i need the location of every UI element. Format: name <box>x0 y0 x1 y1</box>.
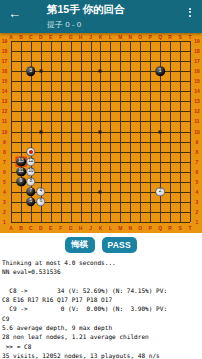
grid-line <box>190 41 191 222</box>
log-line: >> = C8 <box>2 342 202 351</box>
stone-white-C5: 8 <box>26 177 36 187</box>
column-label: Q <box>158 34 162 40</box>
stone-black-C3: 5 <box>26 197 36 207</box>
title-block: 第15手 你的回合 提子 0 - 0 <box>47 3 125 30</box>
column-label: G <box>69 34 73 40</box>
stone-white-C6: 10 <box>26 167 36 177</box>
row-label: 8 <box>3 149 6 155</box>
row-label: 16 <box>194 68 200 74</box>
column-label: S <box>178 225 181 231</box>
column-label: O <box>138 225 142 231</box>
stone-white-D4: 4 <box>36 187 46 197</box>
log-line: C9 <box>2 314 202 323</box>
column-label: C <box>29 34 33 40</box>
column-label: P <box>149 225 152 231</box>
column-label: N <box>129 34 133 40</box>
row-label: 6 <box>3 169 6 175</box>
row-label: 4 <box>3 189 6 195</box>
column-label: O <box>138 34 142 40</box>
row-label: 9 <box>3 139 6 145</box>
row-label: 10 <box>194 129 200 135</box>
app-window: ← 第15手 你的回合 提子 0 - 0 AA1919BB1818CC1717D… <box>0 0 202 359</box>
column-label: F <box>59 225 62 231</box>
column-label: T <box>188 225 191 231</box>
grid-line <box>170 41 171 222</box>
row-label: 12 <box>2 108 8 114</box>
row-label: 13 <box>194 98 200 104</box>
column-label: L <box>109 34 112 40</box>
row-label: 5 <box>196 179 199 185</box>
column-label: E <box>49 34 52 40</box>
column-label: R <box>168 225 172 231</box>
row-label: 5 <box>3 179 6 185</box>
stone-black-C16: 3 <box>26 66 36 76</box>
column-label: N <box>129 225 133 231</box>
star-point <box>39 70 42 73</box>
column-label: D <box>39 34 43 40</box>
log-line: Thinking at most 4.0 seconds... <box>2 258 202 267</box>
back-arrow-icon[interactable]: ← <box>8 6 21 22</box>
column-label: S <box>178 34 181 40</box>
stone-black-B6: 11 <box>16 167 26 177</box>
captures-status: 提子 0 - 0 <box>47 19 125 30</box>
app-bar: ← 第15手 你的回合 提子 0 - 0 <box>0 0 202 33</box>
pass-button[interactable]: PASS <box>102 237 137 253</box>
row-label: 14 <box>2 88 8 94</box>
grid-line <box>130 41 131 222</box>
stone-black-B5: 9 <box>16 177 26 187</box>
column-label: K <box>99 225 103 231</box>
column-label: B <box>19 34 23 40</box>
log-line <box>2 277 202 286</box>
go-board[interactable]: AA1919BB1818CC1717DD1616EE1515FF1414GG13… <box>0 33 202 233</box>
log-line: 5.6 average depth, 9 max depth <box>2 323 202 332</box>
row-label: 7 <box>3 159 6 165</box>
row-label: 6 <box>196 169 199 175</box>
column-label: F <box>59 34 62 40</box>
engine-output: Thinking at most 4.0 seconds...NN eval=0… <box>0 256 202 359</box>
grid-line <box>11 182 190 183</box>
row-label: 19 <box>2 38 8 44</box>
log-line: 35 visits, 12052 nodes, 13 playouts, 48 … <box>2 351 202 359</box>
row-label: 1 <box>196 219 199 225</box>
grid-line <box>120 41 121 222</box>
row-label: 3 <box>196 199 199 205</box>
column-label: P <box>149 34 152 40</box>
stone-white-D3: 6 <box>36 197 46 207</box>
row-label: 15 <box>194 78 200 84</box>
log-line: 28 non leaf nodes, 1.21 average children <box>2 332 202 341</box>
row-label: 9 <box>196 139 199 145</box>
column-label: E <box>49 225 52 231</box>
row-label: 3 <box>3 199 6 205</box>
column-label: A <box>9 34 13 40</box>
row-label: 19 <box>194 38 200 44</box>
stone-white-C7: 12 <box>26 157 36 167</box>
column-label: K <box>99 34 103 40</box>
action-bar: 悔棋 PASS <box>0 233 202 257</box>
row-label: 18 <box>2 48 8 54</box>
overflow-menu-icon[interactable] <box>189 8 191 17</box>
grid-line <box>180 41 181 222</box>
row-label: 14 <box>194 88 200 94</box>
row-label: 18 <box>194 48 200 54</box>
stone-white-Q4: 2 <box>155 187 165 197</box>
grid-line <box>110 41 111 222</box>
grid-line <box>11 172 190 173</box>
column-label: A <box>9 225 13 231</box>
star-point <box>99 130 102 133</box>
row-label: 2 <box>196 209 199 215</box>
row-label: 10 <box>2 129 8 135</box>
column-label: G <box>69 225 73 231</box>
column-label: J <box>89 34 92 40</box>
log-line: C8 E16 R17 R16 Q17 P17 P18 O17 <box>2 295 202 304</box>
row-label: 4 <box>196 189 199 195</box>
row-label: 17 <box>194 58 200 64</box>
row-label: 8 <box>196 149 199 155</box>
log-line: C9 -> 0 (V: 0.00%) (N: 3.90%) PV: <box>2 304 202 313</box>
grid-line <box>11 142 190 143</box>
column-label: D <box>39 225 43 231</box>
row-label: 11 <box>194 118 199 124</box>
star-point <box>39 130 42 133</box>
page-title: 第15手 你的回合 <box>47 3 125 17</box>
grid-line <box>11 222 190 223</box>
column-label: J <box>89 225 92 231</box>
column-label: B <box>19 225 23 231</box>
column-label: M <box>118 225 122 231</box>
star-point <box>99 190 102 193</box>
column-label: Q <box>158 225 162 231</box>
row-label: 7 <box>196 159 199 165</box>
stone-black-Q16: 1 <box>155 66 165 76</box>
column-label: R <box>168 34 172 40</box>
last-move-marker <box>29 150 33 154</box>
grid-line <box>11 162 190 163</box>
row-label: 13 <box>2 98 8 104</box>
stone-black-C4: 7 <box>26 187 36 197</box>
row-label: 1 <box>3 219 6 225</box>
star-point <box>159 130 162 133</box>
row-label: 12 <box>194 108 200 114</box>
row-label: 2 <box>3 209 6 215</box>
stone-black-B7: 13 <box>16 157 26 167</box>
row-label: 16 <box>2 68 8 74</box>
grid-line <box>11 152 190 153</box>
grid-line <box>150 41 151 222</box>
row-label: 11 <box>2 118 7 124</box>
column-label: H <box>79 225 83 231</box>
log-line: NN eval=0.531536 <box>2 267 202 276</box>
grid-line <box>140 41 141 222</box>
column-label: C <box>29 225 33 231</box>
row-label: 17 <box>2 58 8 64</box>
column-label: H <box>79 34 83 40</box>
row-label: 15 <box>2 78 8 84</box>
column-label: L <box>109 225 112 231</box>
column-label: M <box>118 34 122 40</box>
star-point <box>99 70 102 73</box>
column-label: T <box>188 34 191 40</box>
grid-line <box>11 212 190 213</box>
undo-button[interactable]: 悔棋 <box>65 237 94 253</box>
log-line: C8 -> 34 (V: 52.69%) (N: 74.15%) PV: <box>2 286 202 295</box>
